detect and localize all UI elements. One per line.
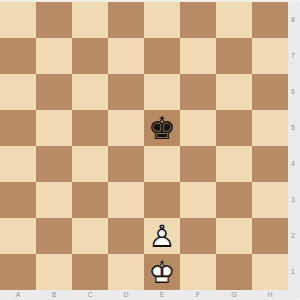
square-a3[interactable]: [0, 182, 36, 218]
square-c6[interactable]: [72, 74, 108, 110]
square-a4[interactable]: [0, 146, 36, 182]
rank-label-6: 6: [288, 74, 298, 110]
square-a5[interactable]: [0, 110, 36, 146]
square-e7[interactable]: [144, 38, 180, 74]
chess-board: ♚♟♙♚♔: [0, 2, 288, 290]
file-label-a: A: [0, 290, 36, 300]
square-b7[interactable]: [36, 38, 72, 74]
square-d3[interactable]: [108, 182, 144, 218]
square-b2[interactable]: [36, 218, 72, 254]
square-g3[interactable]: [216, 182, 252, 218]
file-label-b: B: [36, 290, 72, 300]
square-a1[interactable]: [0, 254, 36, 290]
square-d8[interactable]: [108, 2, 144, 38]
rank-label-2: 2: [288, 218, 298, 254]
square-b1[interactable]: [36, 254, 72, 290]
square-f5[interactable]: [180, 110, 216, 146]
square-f8[interactable]: [180, 2, 216, 38]
chess-board-panel: ♚♟♙♚♔ 87654321 ABCDEFGH: [0, 0, 300, 300]
rank-labels: 87654321: [288, 2, 300, 290]
square-f4[interactable]: [180, 146, 216, 182]
white-pawn[interactable]: ♟♙: [144, 218, 180, 254]
square-e4[interactable]: [144, 146, 180, 182]
square-d6[interactable]: [108, 74, 144, 110]
file-label-g: G: [216, 290, 252, 300]
square-h7[interactable]: [252, 38, 288, 74]
square-b5[interactable]: [36, 110, 72, 146]
square-e6[interactable]: [144, 74, 180, 110]
square-c7[interactable]: [72, 38, 108, 74]
square-c3[interactable]: [72, 182, 108, 218]
square-e2[interactable]: ♟♙: [144, 218, 180, 254]
square-h8[interactable]: [252, 2, 288, 38]
white-king-outline: ♔: [144, 254, 180, 290]
square-h5[interactable]: [252, 110, 288, 146]
square-d2[interactable]: [108, 218, 144, 254]
square-a7[interactable]: [0, 38, 36, 74]
white-king[interactable]: ♚♔: [144, 254, 180, 290]
square-f6[interactable]: [180, 74, 216, 110]
file-label-d: D: [108, 290, 144, 300]
square-b8[interactable]: [36, 2, 72, 38]
square-e1[interactable]: ♚♔: [144, 254, 180, 290]
square-e8[interactable]: [144, 2, 180, 38]
square-g6[interactable]: [216, 74, 252, 110]
square-h6[interactable]: [252, 74, 288, 110]
square-d1[interactable]: [108, 254, 144, 290]
square-b3[interactable]: [36, 182, 72, 218]
square-g8[interactable]: [216, 2, 252, 38]
square-c4[interactable]: [72, 146, 108, 182]
square-a6[interactable]: [0, 74, 36, 110]
square-h4[interactable]: [252, 146, 288, 182]
square-d4[interactable]: [108, 146, 144, 182]
rank-label-5: 5: [288, 110, 298, 146]
square-f7[interactable]: [180, 38, 216, 74]
square-f3[interactable]: [180, 182, 216, 218]
white-pawn-outline: ♙: [144, 218, 180, 254]
square-c8[interactable]: [72, 2, 108, 38]
file-label-f: F: [180, 290, 216, 300]
file-label-h: H: [252, 290, 288, 300]
square-g5[interactable]: [216, 110, 252, 146]
rank-label-1: 1: [288, 254, 298, 290]
square-g4[interactable]: [216, 146, 252, 182]
black-king-glyph: ♚: [144, 110, 180, 146]
square-e3[interactable]: [144, 182, 180, 218]
square-g7[interactable]: [216, 38, 252, 74]
file-label-c: C: [72, 290, 108, 300]
square-c2[interactable]: [72, 218, 108, 254]
rank-label-4: 4: [288, 146, 298, 182]
square-d7[interactable]: [108, 38, 144, 74]
square-d5[interactable]: [108, 110, 144, 146]
rank-label-3: 3: [288, 182, 298, 218]
square-h1[interactable]: [252, 254, 288, 290]
square-h2[interactable]: [252, 218, 288, 254]
rank-label-7: 7: [288, 38, 298, 74]
square-f2[interactable]: [180, 218, 216, 254]
square-e5[interactable]: ♚: [144, 110, 180, 146]
file-labels: ABCDEFGH: [0, 290, 288, 300]
square-f1[interactable]: [180, 254, 216, 290]
square-a8[interactable]: [0, 2, 36, 38]
square-b4[interactable]: [36, 146, 72, 182]
black-king[interactable]: ♚: [144, 110, 180, 146]
square-c1[interactable]: [72, 254, 108, 290]
square-b6[interactable]: [36, 74, 72, 110]
square-h3[interactable]: [252, 182, 288, 218]
square-g1[interactable]: [216, 254, 252, 290]
square-c5[interactable]: [72, 110, 108, 146]
file-label-e: E: [144, 290, 180, 300]
rank-label-8: 8: [288, 2, 298, 38]
square-g2[interactable]: [216, 218, 252, 254]
square-a2[interactable]: [0, 218, 36, 254]
